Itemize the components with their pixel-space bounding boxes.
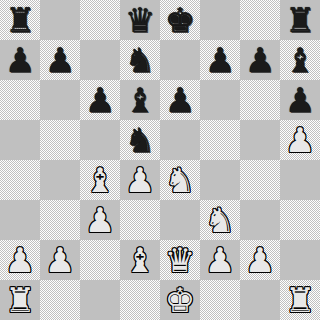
square-d2[interactable]: ♝ xyxy=(120,240,160,280)
square-e8[interactable]: ♚ xyxy=(160,0,200,40)
square-g6[interactable] xyxy=(240,80,280,120)
square-g7[interactable]: ♟ xyxy=(240,40,280,80)
piece-white-bishop[interactable]: ♝ xyxy=(85,160,115,200)
square-c2[interactable] xyxy=(80,240,120,280)
square-d3[interactable] xyxy=(120,200,160,240)
square-a1[interactable]: ♜ xyxy=(0,280,40,320)
piece-black-pawn[interactable]: ♟ xyxy=(45,40,75,80)
square-c3[interactable]: ♟ xyxy=(80,200,120,240)
square-f7[interactable]: ♟ xyxy=(200,40,240,80)
piece-black-rook[interactable]: ♜ xyxy=(285,0,315,40)
square-e6[interactable]: ♟ xyxy=(160,80,200,120)
square-a3[interactable] xyxy=(0,200,40,240)
square-f3[interactable]: ♞ xyxy=(200,200,240,240)
square-g4[interactable] xyxy=(240,160,280,200)
piece-white-pawn[interactable]: ♟ xyxy=(245,240,275,280)
piece-white-pawn[interactable]: ♟ xyxy=(45,240,75,280)
square-a7[interactable]: ♟ xyxy=(0,40,40,80)
square-h1[interactable]: ♜ xyxy=(280,280,320,320)
square-b1[interactable] xyxy=(40,280,80,320)
piece-white-pawn[interactable]: ♟ xyxy=(205,240,235,280)
square-f4[interactable] xyxy=(200,160,240,200)
piece-white-queen[interactable]: ♛ xyxy=(165,240,195,280)
square-g1[interactable] xyxy=(240,280,280,320)
piece-white-bishop[interactable]: ♝ xyxy=(125,240,155,280)
square-f1[interactable] xyxy=(200,280,240,320)
square-h3[interactable] xyxy=(280,200,320,240)
chess-board: ♜♛♚♜♟♟♞♟♟♝♟♝♟♟♞♟♝♟♞♟♞♟♟♝♛♟♟♜♚♜ xyxy=(0,0,320,320)
piece-white-king[interactable]: ♚ xyxy=(165,280,195,320)
square-f5[interactable] xyxy=(200,120,240,160)
square-e4[interactable]: ♞ xyxy=(160,160,200,200)
square-f2[interactable]: ♟ xyxy=(200,240,240,280)
piece-black-pawn[interactable]: ♟ xyxy=(5,40,35,80)
square-c1[interactable] xyxy=(80,280,120,320)
square-d8[interactable]: ♛ xyxy=(120,0,160,40)
piece-black-king[interactable]: ♚ xyxy=(165,0,195,40)
square-g2[interactable]: ♟ xyxy=(240,240,280,280)
square-c4[interactable]: ♝ xyxy=(80,160,120,200)
square-b5[interactable] xyxy=(40,120,80,160)
square-f8[interactable] xyxy=(200,0,240,40)
square-e1[interactable]: ♚ xyxy=(160,280,200,320)
square-b6[interactable] xyxy=(40,80,80,120)
square-c6[interactable]: ♟ xyxy=(80,80,120,120)
square-g5[interactable] xyxy=(240,120,280,160)
square-h5[interactable]: ♟ xyxy=(280,120,320,160)
piece-black-pawn[interactable]: ♟ xyxy=(285,80,315,120)
piece-black-pawn[interactable]: ♟ xyxy=(85,80,115,120)
square-c5[interactable] xyxy=(80,120,120,160)
square-h4[interactable] xyxy=(280,160,320,200)
square-b2[interactable]: ♟ xyxy=(40,240,80,280)
piece-white-pawn[interactable]: ♟ xyxy=(125,160,155,200)
piece-white-knight[interactable]: ♞ xyxy=(205,200,235,240)
square-a4[interactable] xyxy=(0,160,40,200)
square-e7[interactable] xyxy=(160,40,200,80)
piece-black-knight[interactable]: ♞ xyxy=(125,120,155,160)
square-a6[interactable] xyxy=(0,80,40,120)
square-h6[interactable]: ♟ xyxy=(280,80,320,120)
piece-black-queen[interactable]: ♛ xyxy=(125,0,155,40)
square-c7[interactable] xyxy=(80,40,120,80)
piece-white-rook[interactable]: ♜ xyxy=(285,280,315,320)
piece-black-pawn[interactable]: ♟ xyxy=(205,40,235,80)
square-a8[interactable]: ♜ xyxy=(0,0,40,40)
piece-black-knight[interactable]: ♞ xyxy=(125,40,155,80)
piece-white-pawn[interactable]: ♟ xyxy=(85,200,115,240)
piece-black-rook[interactable]: ♜ xyxy=(5,0,35,40)
square-b8[interactable] xyxy=(40,0,80,40)
square-b3[interactable] xyxy=(40,200,80,240)
piece-black-bishop[interactable]: ♝ xyxy=(285,40,315,80)
piece-white-rook[interactable]: ♜ xyxy=(5,280,35,320)
piece-black-pawn[interactable]: ♟ xyxy=(165,80,195,120)
square-h8[interactable]: ♜ xyxy=(280,0,320,40)
square-g8[interactable] xyxy=(240,0,280,40)
square-e5[interactable] xyxy=(160,120,200,160)
square-e3[interactable] xyxy=(160,200,200,240)
square-d5[interactable]: ♞ xyxy=(120,120,160,160)
square-e2[interactable]: ♛ xyxy=(160,240,200,280)
square-d7[interactable]: ♞ xyxy=(120,40,160,80)
square-f6[interactable] xyxy=(200,80,240,120)
square-c8[interactable] xyxy=(80,0,120,40)
square-h2[interactable] xyxy=(280,240,320,280)
square-h7[interactable]: ♝ xyxy=(280,40,320,80)
square-b7[interactable]: ♟ xyxy=(40,40,80,80)
piece-white-pawn[interactable]: ♟ xyxy=(5,240,35,280)
square-a2[interactable]: ♟ xyxy=(0,240,40,280)
square-d1[interactable] xyxy=(120,280,160,320)
square-a5[interactable] xyxy=(0,120,40,160)
square-b4[interactable] xyxy=(40,160,80,200)
piece-white-pawn[interactable]: ♟ xyxy=(285,120,315,160)
piece-black-pawn[interactable]: ♟ xyxy=(245,40,275,80)
square-d6[interactable]: ♝ xyxy=(120,80,160,120)
piece-black-bishop[interactable]: ♝ xyxy=(125,80,155,120)
piece-white-knight[interactable]: ♞ xyxy=(165,160,195,200)
square-g3[interactable] xyxy=(240,200,280,240)
square-d4[interactable]: ♟ xyxy=(120,160,160,200)
